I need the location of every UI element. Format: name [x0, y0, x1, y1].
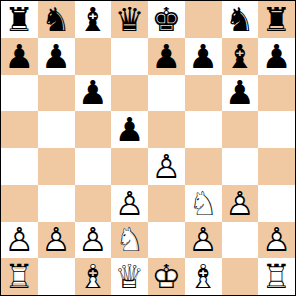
square-d6[interactable] [111, 75, 148, 112]
square-f2[interactable]: ♟♙ [185, 222, 222, 259]
piece-outline-layer: ♙ [111, 185, 148, 222]
square-c8[interactable]: ♝ [75, 1, 112, 38]
square-c5[interactable] [75, 111, 112, 148]
square-a7[interactable]: ♟ [1, 38, 38, 75]
square-g7[interactable]: ♝ [222, 38, 259, 75]
square-a5[interactable] [1, 111, 38, 148]
piece-white-pawn[interactable]: ♟♙ [75, 222, 112, 259]
piece-outline-layer: ♗ [185, 258, 222, 295]
piece-outline-layer: ♙ [75, 222, 112, 259]
piece-white-pawn[interactable]: ♟♙ [111, 185, 148, 222]
piece-solid-layer: ♜ [1, 1, 38, 38]
piece-black-bishop[interactable]: ♝ [75, 1, 112, 38]
piece-outline-layer: ♘ [185, 185, 222, 222]
square-e5[interactable] [148, 111, 185, 148]
piece-black-pawn[interactable]: ♟ [222, 75, 259, 112]
square-d1[interactable]: ♛♕ [111, 258, 148, 295]
piece-black-queen[interactable]: ♛ [111, 1, 148, 38]
square-h1[interactable]: ♜♖ [258, 258, 295, 295]
square-g8[interactable]: ♞ [222, 1, 259, 38]
square-f5[interactable] [185, 111, 222, 148]
square-c3[interactable] [75, 185, 112, 222]
square-h2[interactable]: ♟♙ [258, 222, 295, 259]
piece-white-queen[interactable]: ♛♕ [111, 258, 148, 295]
piece-white-rook[interactable]: ♜♖ [258, 258, 295, 295]
square-a6[interactable] [1, 75, 38, 112]
piece-black-bishop[interactable]: ♝ [222, 38, 259, 75]
square-e1[interactable]: ♚♔ [148, 258, 185, 295]
square-e8[interactable]: ♚ [148, 1, 185, 38]
square-g3[interactable]: ♟♙ [222, 185, 259, 222]
piece-white-pawn[interactable]: ♟♙ [38, 222, 75, 259]
piece-solid-layer: ♟ [185, 38, 222, 75]
piece-solid-layer: ♜ [258, 1, 295, 38]
piece-outline-layer: ♙ [1, 222, 38, 259]
piece-solid-layer: ♟ [148, 38, 185, 75]
square-g4[interactable] [222, 148, 259, 185]
piece-outline-layer: ♙ [185, 222, 222, 259]
piece-black-pawn[interactable]: ♟ [258, 38, 295, 75]
piece-white-pawn[interactable]: ♟♙ [222, 185, 259, 222]
piece-outline-layer: ♙ [148, 148, 185, 185]
square-b7[interactable]: ♟ [38, 38, 75, 75]
piece-solid-layer: ♟ [1, 38, 38, 75]
piece-solid-layer: ♚ [148, 1, 185, 38]
piece-black-knight[interactable]: ♞ [222, 1, 259, 38]
square-b1[interactable] [38, 258, 75, 295]
square-g6[interactable]: ♟ [222, 75, 259, 112]
piece-solid-layer: ♞ [38, 1, 75, 38]
square-h6[interactable] [258, 75, 295, 112]
square-b6[interactable] [38, 75, 75, 112]
square-a1[interactable]: ♜♖ [1, 258, 38, 295]
piece-solid-layer: ♟ [222, 75, 259, 112]
square-g5[interactable] [222, 111, 259, 148]
piece-black-pawn[interactable]: ♟ [148, 38, 185, 75]
piece-outline-layer: ♙ [222, 185, 259, 222]
square-g1[interactable] [222, 258, 259, 295]
square-d4[interactable] [111, 148, 148, 185]
square-e6[interactable] [148, 75, 185, 112]
square-g2[interactable] [222, 222, 259, 259]
square-d5[interactable]: ♟ [111, 111, 148, 148]
piece-black-king[interactable]: ♚ [148, 1, 185, 38]
square-h4[interactable] [258, 148, 295, 185]
piece-black-rook[interactable]: ♜ [258, 1, 295, 38]
piece-white-pawn[interactable]: ♟♙ [148, 148, 185, 185]
square-e3[interactable] [148, 185, 185, 222]
square-b5[interactable] [38, 111, 75, 148]
square-b2[interactable]: ♟♙ [38, 222, 75, 259]
square-e4[interactable]: ♟♙ [148, 148, 185, 185]
square-a3[interactable] [1, 185, 38, 222]
square-b4[interactable] [38, 148, 75, 185]
piece-white-king[interactable]: ♚♔ [148, 258, 185, 295]
square-d2[interactable]: ♞♘ [111, 222, 148, 259]
piece-black-knight[interactable]: ♞ [38, 1, 75, 38]
piece-white-rook[interactable]: ♜♖ [1, 258, 38, 295]
piece-white-pawn[interactable]: ♟♙ [1, 222, 38, 259]
piece-black-pawn[interactable]: ♟ [75, 75, 112, 112]
square-f7[interactable]: ♟ [185, 38, 222, 75]
square-c1[interactable]: ♝♗ [75, 258, 112, 295]
piece-black-pawn[interactable]: ♟ [111, 111, 148, 148]
piece-outline-layer: ♗ [75, 258, 112, 295]
square-h7[interactable]: ♟ [258, 38, 295, 75]
piece-white-pawn[interactable]: ♟♙ [185, 222, 222, 259]
square-f6[interactable] [185, 75, 222, 112]
piece-white-knight[interactable]: ♞♘ [111, 222, 148, 259]
piece-solid-layer: ♟ [111, 111, 148, 148]
square-f3[interactable]: ♞♘ [185, 185, 222, 222]
square-d3[interactable]: ♟♙ [111, 185, 148, 222]
square-d8[interactable]: ♛ [111, 1, 148, 38]
chess-board: ♜♞♝♛♚♞♜♟♟♟♟♝♟♟♟♟♟♙♟♙♞♘♟♙♟♙♟♙♟♙♞♘♟♙♟♙♜♖♝♗… [0, 0, 296, 296]
square-b8[interactable]: ♞ [38, 1, 75, 38]
piece-outline-layer: ♖ [258, 258, 295, 295]
piece-solid-layer: ♟ [258, 38, 295, 75]
piece-outline-layer: ♙ [258, 222, 295, 259]
piece-black-pawn[interactable]: ♟ [1, 38, 38, 75]
piece-black-rook[interactable]: ♜ [1, 1, 38, 38]
piece-black-pawn[interactable]: ♟ [185, 38, 222, 75]
square-c6[interactable]: ♟ [75, 75, 112, 112]
square-b3[interactable] [38, 185, 75, 222]
square-c4[interactable] [75, 148, 112, 185]
square-f1[interactable]: ♝♗ [185, 258, 222, 295]
square-h8[interactable]: ♜ [258, 1, 295, 38]
piece-white-bishop[interactable]: ♝♗ [75, 258, 112, 295]
square-e2[interactable] [148, 222, 185, 259]
square-f8[interactable] [185, 1, 222, 38]
piece-outline-layer: ♘ [111, 222, 148, 259]
piece-outline-layer: ♔ [148, 258, 185, 295]
piece-solid-layer: ♟ [38, 38, 75, 75]
piece-solid-layer: ♛ [111, 1, 148, 38]
square-a4[interactable] [1, 148, 38, 185]
square-c7[interactable] [75, 38, 112, 75]
piece-outline-layer: ♕ [111, 258, 148, 295]
square-h5[interactable] [258, 111, 295, 148]
piece-white-bishop[interactable]: ♝♗ [185, 258, 222, 295]
piece-solid-layer: ♝ [222, 38, 259, 75]
piece-outline-layer: ♖ [1, 258, 38, 295]
square-e7[interactable]: ♟ [148, 38, 185, 75]
piece-white-pawn[interactable]: ♟♙ [258, 222, 295, 259]
piece-black-pawn[interactable]: ♟ [38, 38, 75, 75]
piece-solid-layer: ♞ [222, 1, 259, 38]
piece-solid-layer: ♟ [75, 75, 112, 112]
piece-white-knight[interactable]: ♞♘ [185, 185, 222, 222]
piece-outline-layer: ♙ [38, 222, 75, 259]
square-d7[interactable] [111, 38, 148, 75]
square-h3[interactable] [258, 185, 295, 222]
square-a8[interactable]: ♜ [1, 1, 38, 38]
square-a2[interactable]: ♟♙ [1, 222, 38, 259]
square-f4[interactable] [185, 148, 222, 185]
square-c2[interactable]: ♟♙ [75, 222, 112, 259]
piece-solid-layer: ♝ [75, 1, 112, 38]
